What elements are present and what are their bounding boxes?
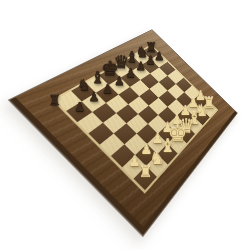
chessboard — [10, 30, 237, 235]
board-grid — [55, 46, 216, 190]
product-photo: ♜♞♝♛♚♝♞♜♟♟♟♟♟♟♟♟♟♟♟♟♟♟♟♟♜♞♝♛♚♝♞♜ — [0, 0, 250, 250]
